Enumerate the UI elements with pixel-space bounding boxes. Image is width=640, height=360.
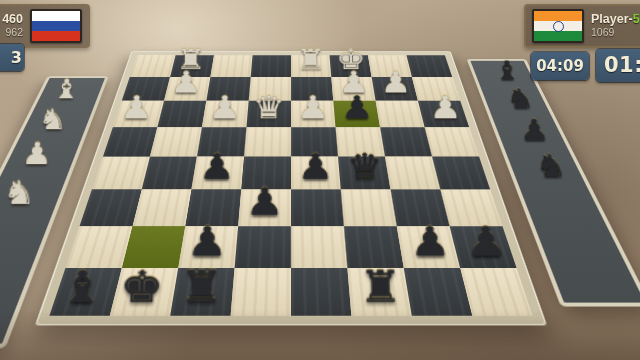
game-screen: ♝♞♟♞♝ ♜♜♚♟♟♟♟♟♛♟♟♟♟♟♛♟♟♟♟♝♚♜♜ ♝♞♟♞ 460 9… <box>0 0 640 360</box>
player-right-name: Player-5 <box>591 13 640 27</box>
black-pawn[interactable]: ♟ <box>291 144 340 190</box>
white-pawn[interactable]: ♟ <box>114 87 159 127</box>
square-e6[interactable]: ♟ <box>238 190 291 227</box>
square-d8[interactable] <box>291 268 351 316</box>
timer-left-cut: 3 <box>0 44 24 71</box>
square-d5[interactable]: ♟ <box>291 157 341 190</box>
square-e8[interactable] <box>231 268 291 316</box>
board-frame: ♜♜♚♟♟♟♟♟♛♟♟♟♟♟♛♟♟♟♟♝♚♜♜ <box>35 52 547 326</box>
captured-white-pawn: ♟ <box>11 135 64 175</box>
square-g3[interactable] <box>158 101 207 127</box>
square-f3[interactable]: ♟ <box>202 101 249 127</box>
timer-main-cut: 01:1 <box>596 49 640 82</box>
player-right-texts: Player-5 1069 <box>591 13 640 38</box>
captured-black-pawn: ♟ <box>509 112 559 150</box>
player-panel-right: Player-5 1069 <box>524 4 640 48</box>
white-pawn[interactable]: ♟ <box>203 87 248 127</box>
square-a7[interactable]: ♟ <box>450 227 517 269</box>
square-e3[interactable]: ♛ <box>247 101 292 127</box>
player-panel-left: 460 962 <box>0 4 90 48</box>
square-a4[interactable] <box>425 128 479 157</box>
square-d1[interactable]: ♜ <box>291 56 331 78</box>
black-pawn[interactable]: ♟ <box>402 215 459 267</box>
square-f1[interactable] <box>211 56 253 78</box>
player-left-rating: 962 <box>5 27 23 39</box>
black-pawn[interactable]: ♟ <box>335 87 380 127</box>
square-c5[interactable]: ♛ <box>338 157 391 190</box>
black-pawn[interactable]: ♟ <box>192 144 242 190</box>
board-grid[interactable]: ♜♜♚♟♟♟♟♟♛♟♟♟♟♟♛♟♟♟♟♝♚♜♜ <box>50 56 533 317</box>
square-b5[interactable] <box>385 157 440 190</box>
russia-flag <box>30 9 82 43</box>
black-pawn[interactable]: ♟ <box>239 177 292 226</box>
square-h3[interactable]: ♟ <box>113 101 164 127</box>
black-queen[interactable]: ♛ <box>340 144 390 190</box>
square-a5[interactable] <box>432 157 490 190</box>
square-f8[interactable]: ♜ <box>170 268 234 316</box>
square-g8[interactable]: ♚ <box>110 268 178 316</box>
white-rook[interactable]: ♜ <box>291 41 331 77</box>
square-a8[interactable] <box>460 268 532 316</box>
black-bishop[interactable]: ♝ <box>51 259 113 316</box>
square-c3[interactable]: ♟ <box>334 101 381 127</box>
white-queen[interactable]: ♛ <box>247 87 291 127</box>
square-d7[interactable] <box>291 227 347 269</box>
black-pawn[interactable]: ♟ <box>458 215 516 267</box>
black-king[interactable]: ♚ <box>111 259 172 316</box>
white-pawn[interactable]: ♟ <box>165 63 208 101</box>
square-c8[interactable]: ♜ <box>348 268 412 316</box>
captured-white-knight: ♞ <box>0 172 47 215</box>
timer-move: 04:09 <box>531 52 589 80</box>
square-f5[interactable]: ♟ <box>192 157 245 190</box>
captured-white-bishop: ♝ <box>0 215 29 262</box>
square-e7[interactable] <box>235 227 291 269</box>
player-left-texts: 460 962 <box>2 13 23 38</box>
player-right-name-suffix: 5 <box>633 12 640 26</box>
player-right-rating: 1069 <box>591 27 640 39</box>
square-c6[interactable] <box>341 190 397 227</box>
square-e4[interactable] <box>244 128 291 157</box>
square-h5[interactable] <box>92 157 150 190</box>
india-flag <box>532 9 584 43</box>
white-pawn[interactable]: ♟ <box>375 63 418 101</box>
square-b3[interactable] <box>376 101 425 127</box>
black-rook[interactable]: ♜ <box>351 259 412 316</box>
white-pawn[interactable]: ♟ <box>423 87 468 127</box>
square-d3[interactable]: ♟ <box>291 101 336 127</box>
black-rook[interactable]: ♜ <box>171 259 232 316</box>
square-h4[interactable] <box>103 128 157 157</box>
ashoka-chakra-icon <box>553 21 564 32</box>
square-e1[interactable] <box>251 56 291 78</box>
white-pawn[interactable]: ♟ <box>291 87 335 127</box>
square-a3[interactable]: ♟ <box>418 101 469 127</box>
square-g5[interactable] <box>142 157 197 190</box>
square-d6[interactable] <box>291 190 344 227</box>
captured-black-knight: ♞ <box>524 146 578 187</box>
player-left-name: 460 <box>2 13 23 27</box>
table-plane: ♝♞♟♞♝ ♜♜♚♟♟♟♟♟♛♟♟♟♟♟♛♟♟♟♟♝♚♜♜ ♝♞♟♞ <box>0 52 640 360</box>
